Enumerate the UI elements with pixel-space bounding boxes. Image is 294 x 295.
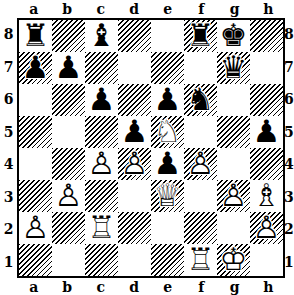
- piece-bP-a7[interactable]: ♟: [19, 52, 52, 84]
- square-e5[interactable]: ♞♘: [151, 116, 184, 148]
- file-labels-bottom: abcdefgh: [17, 278, 285, 295]
- black-P-glyph: ♟: [154, 84, 182, 115]
- piece-wP-h2[interactable]: ♟♙: [250, 212, 283, 244]
- piece-wP-a2[interactable]: ♟♙: [19, 212, 52, 244]
- square-e6[interactable]: ♟: [151, 84, 184, 116]
- black-B-glyph: ♝: [88, 20, 116, 51]
- chess-diagram: abcdefgh 87654321 ♜♝♜♚♟♟♛♟♟♞♟♞♘♟♟♙♟♙♟♟♙♟…: [0, 0, 293, 295]
- piece-wN-e5[interactable]: ♞♘: [151, 116, 184, 148]
- white-R-outline: ♖: [88, 212, 116, 243]
- white-P-outline: ♙: [88, 148, 116, 179]
- black-K-glyph: ♚: [220, 20, 248, 51]
- square-g8[interactable]: ♚: [217, 20, 250, 52]
- white-R-outline: ♖: [187, 244, 215, 275]
- square-f4[interactable]: ♟♙: [184, 148, 217, 180]
- file-label-e: e: [151, 0, 185, 18]
- rank-label-2: 2: [0, 213, 17, 246]
- white-P-outline: ♙: [187, 148, 215, 179]
- piece-wK-g1[interactable]: ♚♔: [217, 244, 250, 276]
- piece-bP-e6[interactable]: ♟: [151, 84, 184, 116]
- rank-label-4: 4: [0, 148, 17, 181]
- square-g2[interactable]: [217, 212, 250, 244]
- square-d1[interactable]: [118, 244, 151, 276]
- square-a3[interactable]: [19, 180, 52, 212]
- file-label-c: c: [84, 0, 118, 18]
- square-a1[interactable]: [19, 244, 52, 276]
- piece-wP-g3[interactable]: ♟♙: [217, 180, 250, 212]
- black-P-glyph: ♟: [121, 116, 149, 147]
- black-P-glyph: ♟: [154, 148, 182, 179]
- square-c6[interactable]: ♟: [85, 84, 118, 116]
- square-b1[interactable]: [52, 244, 85, 276]
- square-e7[interactable]: [151, 52, 184, 84]
- rank-label-2: 2: [284, 213, 294, 246]
- square-a2[interactable]: ♟♙: [19, 212, 52, 244]
- white-P-outline: ♙: [55, 180, 83, 211]
- piece-bP-b7[interactable]: ♟: [52, 52, 85, 84]
- piece-wP-f4[interactable]: ♟♙: [184, 148, 217, 180]
- black-Q-glyph: ♛: [220, 52, 248, 83]
- file-label-c: c: [84, 278, 118, 295]
- square-a7[interactable]: ♟: [19, 52, 52, 84]
- piece-wB-h3[interactable]: ♝♗: [250, 180, 283, 212]
- square-c3[interactable]: [85, 180, 118, 212]
- piece-bQ-g7[interactable]: ♛: [217, 52, 250, 84]
- file-label-h: h: [252, 0, 286, 18]
- square-d6[interactable]: [118, 84, 151, 116]
- piece-wR-f1[interactable]: ♜♖: [184, 244, 217, 276]
- square-c7[interactable]: [85, 52, 118, 84]
- square-c2[interactable]: ♜♖: [85, 212, 118, 244]
- file-label-g: g: [218, 278, 252, 295]
- square-d8[interactable]: [118, 20, 151, 52]
- white-P-outline: ♙: [121, 148, 149, 179]
- rank-label-5: 5: [0, 116, 17, 149]
- rank-labels-right: 87654321: [284, 18, 293, 278]
- file-label-g: g: [218, 0, 252, 18]
- square-e4[interactable]: ♟: [151, 148, 184, 180]
- square-g6[interactable]: [217, 84, 250, 116]
- square-d5[interactable]: ♟: [118, 116, 151, 148]
- square-b6[interactable]: [52, 84, 85, 116]
- white-B-outline: ♗: [253, 180, 281, 211]
- square-b8[interactable]: [52, 20, 85, 52]
- file-label-h: h: [252, 278, 286, 295]
- piece-bB-c8[interactable]: ♝: [85, 20, 118, 52]
- piece-wP-b3[interactable]: ♟♙: [52, 180, 85, 212]
- rank-label-7: 7: [284, 51, 294, 84]
- square-h6[interactable]: [250, 84, 283, 116]
- piece-bR-f8[interactable]: ♜: [184, 20, 217, 52]
- piece-wP-d4[interactable]: ♟♙: [118, 148, 151, 180]
- rank-label-5: 5: [284, 116, 294, 149]
- piece-bP-e4[interactable]: ♟: [151, 148, 184, 180]
- square-f1[interactable]: ♜♖: [184, 244, 217, 276]
- square-g5[interactable]: [217, 116, 250, 148]
- piece-bP-c6[interactable]: ♟: [85, 84, 118, 116]
- square-g3[interactable]: ♟♙: [217, 180, 250, 212]
- file-label-a: a: [17, 0, 51, 18]
- square-h1[interactable]: [250, 244, 283, 276]
- rank-label-6: 6: [284, 83, 294, 116]
- square-e8[interactable]: [151, 20, 184, 52]
- rank-label-1: 1: [0, 246, 17, 279]
- square-h3[interactable]: ♝♗: [250, 180, 283, 212]
- square-d7[interactable]: [118, 52, 151, 84]
- rank-label-6: 6: [0, 83, 17, 116]
- square-f7[interactable]: [184, 52, 217, 84]
- square-d3[interactable]: [118, 180, 151, 212]
- rank-label-4: 4: [284, 148, 294, 181]
- square-g4[interactable]: [217, 148, 250, 180]
- square-d4[interactable]: ♟♙: [118, 148, 151, 180]
- piece-bP-d5[interactable]: ♟: [118, 116, 151, 148]
- file-label-e: e: [151, 278, 185, 295]
- black-R-glyph: ♜: [187, 20, 215, 51]
- square-a6[interactable]: [19, 84, 52, 116]
- piece-wQ-e3[interactable]: ♛♕: [151, 180, 184, 212]
- white-Q-outline: ♕: [154, 180, 182, 211]
- black-P-glyph: ♟: [88, 84, 116, 115]
- square-a8[interactable]: ♜: [19, 20, 52, 52]
- piece-wR-c2[interactable]: ♜♖: [85, 212, 118, 244]
- square-e2[interactable]: [151, 212, 184, 244]
- rank-label-8: 8: [0, 18, 17, 51]
- square-f5[interactable]: [184, 116, 217, 148]
- square-c1[interactable]: [85, 244, 118, 276]
- black-P-glyph: ♟: [253, 116, 281, 147]
- square-b4[interactable]: [52, 148, 85, 180]
- piece-bP-h5[interactable]: ♟: [250, 116, 283, 148]
- file-label-d: d: [118, 0, 152, 18]
- piece-bR-a8[interactable]: ♜: [19, 20, 52, 52]
- file-label-a: a: [17, 278, 51, 295]
- piece-bN-f6[interactable]: ♞: [184, 84, 217, 116]
- square-h7[interactable]: [250, 52, 283, 84]
- piece-wP-c4[interactable]: ♟♙: [85, 148, 118, 180]
- square-e3[interactable]: ♛♕: [151, 180, 184, 212]
- square-f3[interactable]: [184, 180, 217, 212]
- file-labels-top: abcdefgh: [17, 0, 285, 18]
- rank-label-3: 3: [284, 181, 294, 214]
- square-g7[interactable]: ♛: [217, 52, 250, 84]
- file-label-f: f: [185, 0, 219, 18]
- black-R-glyph: ♜: [22, 20, 50, 51]
- square-c8[interactable]: ♝: [85, 20, 118, 52]
- file-label-b: b: [51, 278, 85, 295]
- rank-label-7: 7: [0, 51, 17, 84]
- square-h4[interactable]: [250, 148, 283, 180]
- square-b3[interactable]: ♟♙: [52, 180, 85, 212]
- square-f2[interactable]: [184, 212, 217, 244]
- white-P-outline: ♙: [220, 180, 248, 211]
- file-label-f: f: [185, 278, 219, 295]
- rank-label-8: 8: [284, 18, 294, 51]
- square-d2[interactable]: [118, 212, 151, 244]
- piece-bK-g8[interactable]: ♚: [217, 20, 250, 52]
- file-label-b: b: [51, 0, 85, 18]
- file-label-d: d: [118, 278, 152, 295]
- square-h2[interactable]: ♟♙: [250, 212, 283, 244]
- black-P-glyph: ♟: [55, 52, 83, 83]
- square-h8[interactable]: [250, 20, 283, 52]
- square-b2[interactable]: [52, 212, 85, 244]
- white-P-outline: ♙: [22, 212, 50, 243]
- square-a5[interactable]: [19, 116, 52, 148]
- square-c5[interactable]: [85, 116, 118, 148]
- square-a4[interactable]: [19, 148, 52, 180]
- square-b5[interactable]: [52, 116, 85, 148]
- black-P-glyph: ♟: [22, 52, 50, 83]
- square-b7[interactable]: ♟: [52, 52, 85, 84]
- white-K-outline: ♔: [220, 244, 248, 275]
- square-h5[interactable]: ♟: [250, 116, 283, 148]
- square-c4[interactable]: ♟♙: [85, 148, 118, 180]
- square-f8[interactable]: ♜: [184, 20, 217, 52]
- rank-labels-left: 87654321: [0, 18, 17, 278]
- chess-board: ♜♝♜♚♟♟♛♟♟♞♟♞♘♟♟♙♟♙♟♟♙♟♙♛♕♟♙♝♗♟♙♜♖♟♙♜♖♚♔: [17, 18, 285, 278]
- white-P-outline: ♙: [253, 212, 281, 243]
- white-N-outline: ♘: [154, 116, 182, 147]
- rank-label-1: 1: [284, 246, 294, 279]
- rank-label-3: 3: [0, 181, 17, 214]
- black-N-glyph: ♞: [187, 84, 215, 115]
- square-e1[interactable]: [151, 244, 184, 276]
- square-f6[interactable]: ♞: [184, 84, 217, 116]
- square-g1[interactable]: ♚♔: [217, 244, 250, 276]
